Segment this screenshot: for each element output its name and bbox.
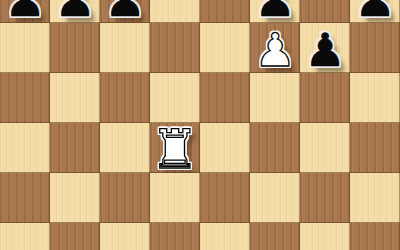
- square-a6[interactable]: [0, 23, 50, 73]
- square-h4[interactable]: [350, 123, 400, 173]
- square-g4[interactable]: [300, 123, 350, 173]
- chess-board: ♟♟♟♟♟♟♟♜: [0, 0, 400, 250]
- square-b7[interactable]: ♟: [50, 0, 100, 23]
- square-d2[interactable]: [150, 223, 200, 250]
- square-h6[interactable]: [350, 23, 400, 73]
- square-e5[interactable]: [200, 73, 250, 123]
- square-g5[interactable]: [300, 73, 350, 123]
- square-d5[interactable]: [150, 73, 200, 123]
- chess-board-viewport: ♟♟♟♟♟♟♟♜: [0, 0, 400, 250]
- square-e6[interactable]: [200, 23, 250, 73]
- square-b2[interactable]: [50, 223, 100, 250]
- square-g7[interactable]: [300, 0, 350, 23]
- square-a7[interactable]: ♟: [0, 0, 50, 23]
- square-g2[interactable]: [300, 223, 350, 250]
- square-f7[interactable]: ♟: [250, 0, 300, 23]
- square-c3[interactable]: [100, 173, 150, 223]
- square-d4[interactable]: ♜: [150, 123, 200, 173]
- square-g3[interactable]: [300, 173, 350, 223]
- square-c4[interactable]: [100, 123, 150, 173]
- square-b5[interactable]: [50, 73, 100, 123]
- square-a2[interactable]: [0, 223, 50, 250]
- square-c5[interactable]: [100, 73, 150, 123]
- black-pawn[interactable]: ♟: [250, 0, 300, 25]
- square-h3[interactable]: [350, 173, 400, 223]
- square-d6[interactable]: [150, 23, 200, 73]
- square-b4[interactable]: [50, 123, 100, 173]
- square-c6[interactable]: [100, 23, 150, 73]
- black-pawn[interactable]: ♟: [300, 25, 350, 75]
- square-b3[interactable]: [50, 173, 100, 223]
- square-e2[interactable]: [200, 223, 250, 250]
- square-f6[interactable]: ♟: [250, 23, 300, 73]
- square-f5[interactable]: [250, 73, 300, 123]
- square-d3[interactable]: [150, 173, 200, 223]
- black-pawn[interactable]: ♟: [50, 0, 100, 25]
- square-a4[interactable]: [0, 123, 50, 173]
- white-pawn[interactable]: ♟: [250, 25, 300, 75]
- square-c2[interactable]: [100, 223, 150, 250]
- square-h2[interactable]: [350, 223, 400, 250]
- square-e7[interactable]: [200, 0, 250, 23]
- square-e3[interactable]: [200, 173, 250, 223]
- square-c7[interactable]: ♟: [100, 0, 150, 23]
- black-pawn[interactable]: ♟: [0, 0, 50, 25]
- square-h7[interactable]: ♟: [350, 0, 400, 23]
- square-a3[interactable]: [0, 173, 50, 223]
- square-f4[interactable]: [250, 123, 300, 173]
- square-h5[interactable]: [350, 73, 400, 123]
- square-b6[interactable]: [50, 23, 100, 73]
- white-rook[interactable]: ♜: [150, 125, 200, 175]
- black-pawn[interactable]: ♟: [100, 0, 150, 25]
- square-e4[interactable]: [200, 123, 250, 173]
- square-d7[interactable]: [150, 0, 200, 23]
- square-a5[interactable]: [0, 73, 50, 123]
- square-f3[interactable]: [250, 173, 300, 223]
- square-g6[interactable]: ♟: [300, 23, 350, 73]
- square-f2[interactable]: [250, 223, 300, 250]
- black-pawn[interactable]: ♟: [350, 0, 400, 25]
